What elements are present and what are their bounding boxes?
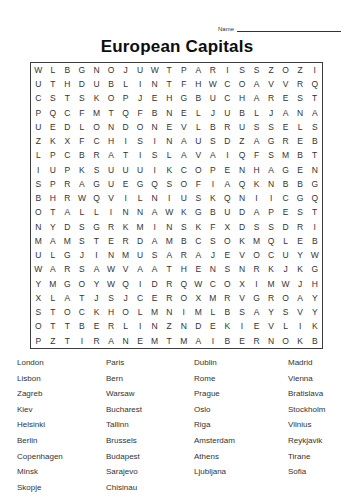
grid-cell[interactable]: V [235,291,250,305]
grid-cell[interactable]: U [191,134,206,148]
grid-cell[interactable]: A [220,177,235,191]
grid-cell[interactable]: B [206,206,221,220]
grid-cell[interactable]: G [75,63,90,77]
grid-cell[interactable]: H [162,92,177,106]
grid-cell[interactable]: U [89,77,104,91]
grid-cell[interactable]: O [220,277,235,291]
grid-cell[interactable]: B [60,63,75,77]
grid-cell[interactable]: I [147,220,162,234]
grid-cell[interactable]: P [60,163,75,177]
grid-cell[interactable]: Y [293,248,308,262]
grid-cell[interactable]: J [264,106,279,120]
grid-cell[interactable]: A [60,206,75,220]
grid-cell[interactable]: R [206,63,221,77]
grid-cell[interactable]: T [46,320,61,334]
grid-cell[interactable]: K [75,163,90,177]
grid-cell[interactable]: H [191,77,206,91]
grid-cell[interactable]: G [307,263,322,277]
grid-cell[interactable]: R [264,291,279,305]
grid-cell[interactable]: V [104,191,119,205]
grid-cell[interactable]: A [75,177,90,191]
grid-cell[interactable]: P [118,92,133,106]
grid-cell[interactable]: Y [89,277,104,291]
grid-cell[interactable]: B [307,334,322,348]
grid-cell[interactable]: C [133,291,148,305]
grid-cell[interactable]: L [133,191,148,205]
grid-cell[interactable]: I [293,320,308,334]
grid-cell[interactable]: I [162,191,177,205]
grid-cell[interactable]: D [191,320,206,334]
grid-cell[interactable]: L [278,234,293,248]
grid-cell[interactable]: L [118,77,133,91]
grid-cell[interactable]: E [104,234,119,248]
grid-cell[interactable]: E [147,291,162,305]
grid-cell[interactable]: I [133,320,148,334]
grid-cell[interactable]: I [75,334,90,348]
grid-cell[interactable]: G [89,177,104,191]
grid-cell[interactable]: K [118,220,133,234]
grid-cell[interactable]: G [133,177,148,191]
grid-cell[interactable]: U [133,63,148,77]
grid-cell[interactable]: K [162,163,177,177]
grid-cell[interactable]: C [278,191,293,205]
grid-cell[interactable]: S [293,206,308,220]
grid-cell[interactable]: T [118,149,133,163]
grid-cell[interactable]: I [220,149,235,163]
grid-cell[interactable]: A [191,248,206,262]
grid-cell[interactable]: V [293,305,308,319]
grid-cell[interactable]: D [75,77,90,91]
grid-cell[interactable]: N [147,77,162,91]
grid-cell[interactable]: Q [264,234,279,248]
grid-cell[interactable]: F [133,106,148,120]
grid-cell[interactable]: O [278,291,293,305]
grid-cell[interactable]: E [89,320,104,334]
grid-cell[interactable]: O [220,234,235,248]
grid-cell[interactable]: L [278,320,293,334]
grid-cell[interactable]: R [162,277,177,291]
grid-cell[interactable]: W [31,63,46,77]
grid-cell[interactable]: R [220,120,235,134]
grid-cell[interactable]: S [264,120,279,134]
grid-cell[interactable]: C [177,163,192,177]
grid-cell[interactable]: Q [89,191,104,205]
grid-cell[interactable]: E [293,134,308,148]
grid-cell[interactable]: S [307,120,322,134]
grid-cell[interactable]: N [162,106,177,120]
grid-cell[interactable]: I [220,63,235,77]
grid-cell[interactable]: I [104,206,119,220]
grid-cell[interactable]: M [118,248,133,262]
grid-cell[interactable]: A [307,106,322,120]
grid-cell[interactable]: L [118,320,133,334]
grid-cell[interactable]: R [249,334,264,348]
grid-cell[interactable]: S [46,92,61,106]
grid-cell[interactable]: X [220,220,235,234]
grid-cell[interactable]: L [191,120,206,134]
grid-cell[interactable]: W [206,77,221,91]
grid-cell[interactable]: C [75,305,90,319]
grid-cell[interactable]: G [177,92,192,106]
grid-cell[interactable]: N [147,120,162,134]
grid-cell[interactable]: L [162,149,177,163]
grid-cell[interactable]: C [220,77,235,91]
grid-cell[interactable]: B [220,305,235,319]
grid-cell[interactable]: E [278,206,293,220]
grid-cell[interactable]: K [191,220,206,234]
grid-cell[interactable]: U [177,191,192,205]
grid-cell[interactable]: J [278,263,293,277]
grid-cell[interactable]: N [89,63,104,77]
grid-cell[interactable]: V [177,120,192,134]
grid-cell[interactable]: P [31,106,46,120]
grid-cell[interactable]: P [206,163,221,177]
grid-cell[interactable]: J [118,291,133,305]
grid-cell[interactable]: S [235,63,250,77]
grid-cell[interactable]: M [147,305,162,319]
grid-cell[interactable]: U [206,92,221,106]
grid-cell[interactable]: S [249,120,264,134]
grid-cell[interactable]: D [60,220,75,234]
grid-cell[interactable]: O [177,291,192,305]
grid-cell[interactable]: W [191,277,206,291]
grid-cell[interactable]: S [278,305,293,319]
grid-cell[interactable]: O [60,305,75,319]
grid-cell[interactable]: T [46,77,61,91]
grid-cell[interactable]: N [206,263,221,277]
grid-cell[interactable]: I [264,191,279,205]
grid-cell[interactable]: E [293,234,308,248]
grid-cell[interactable]: R [293,77,308,91]
grid-cell[interactable]: N [133,206,148,220]
grid-cell[interactable]: H [104,305,119,319]
grid-cell[interactable]: H [46,191,61,205]
grid-cell[interactable]: I [307,63,322,77]
grid-cell[interactable]: I [133,77,148,91]
grid-cell[interactable]: M [264,277,279,291]
grid-cell[interactable]: Q [118,106,133,120]
grid-cell[interactable]: N [162,134,177,148]
grid-cell[interactable]: O [118,305,133,319]
grid-cell[interactable]: M [249,234,264,248]
grid-cell[interactable]: K [206,191,221,205]
grid-cell[interactable]: R [60,177,75,191]
grid-cell[interactable]: R [89,149,104,163]
grid-cell[interactable]: B [293,177,308,191]
grid-cell[interactable]: U [133,163,148,177]
grid-cell[interactable]: J [206,106,221,120]
grid-cell[interactable]: B [147,106,162,120]
grid-cell[interactable]: G [293,191,308,205]
grid-cell[interactable]: W [31,263,46,277]
grid-cell[interactable]: F [75,106,90,120]
grid-cell[interactable]: T [60,334,75,348]
grid-cell[interactable]: A [278,106,293,120]
grid-cell[interactable]: U [104,163,119,177]
grid-cell[interactable]: O [104,92,119,106]
grid-cell[interactable]: E [249,320,264,334]
grid-cell[interactable]: E [46,120,61,134]
grid-cell[interactable]: O [278,334,293,348]
grid-cell[interactable]: D [220,134,235,148]
grid-cell[interactable]: F [249,149,264,163]
grid-cell[interactable]: I [89,248,104,262]
grid-cell[interactable]: Y [31,277,46,291]
grid-cell[interactable]: V [235,248,250,262]
grid-cell[interactable]: S [75,234,90,248]
grid-cell[interactable]: I [133,149,148,163]
grid-cell[interactable]: A [46,263,61,277]
grid-cell[interactable]: M [133,220,148,234]
grid-cell[interactable]: I [235,320,250,334]
grid-cell[interactable]: D [133,234,148,248]
grid-cell[interactable]: M [206,291,221,305]
grid-cell[interactable]: T [46,305,61,319]
grid-cell[interactable]: O [235,77,250,91]
grid-cell[interactable]: O [104,63,119,77]
grid-cell[interactable]: M [278,149,293,163]
grid-cell[interactable]: Q [177,277,192,291]
grid-cell[interactable]: U [31,77,46,91]
grid-cell[interactable]: S [206,134,221,148]
grid-cell[interactable]: S [191,191,206,205]
grid-cell[interactable]: O [278,63,293,77]
grid-cell[interactable]: U [235,120,250,134]
grid-cell[interactable]: E [293,163,308,177]
grid-cell[interactable]: C [31,92,46,106]
grid-cell[interactable]: I [249,191,264,205]
grid-cell[interactable]: T [162,77,177,91]
grid-cell[interactable]: I [206,334,221,348]
grid-cell[interactable]: I [118,134,133,148]
grid-cell[interactable]: J [75,248,90,262]
grid-cell[interactable]: U [220,206,235,220]
grid-cell[interactable]: U [118,163,133,177]
grid-cell[interactable]: K [220,320,235,334]
grid-cell[interactable]: N [104,248,119,262]
grid-cell[interactable]: J [133,92,148,106]
grid-cell[interactable]: Q [235,149,250,163]
grid-cell[interactable]: B [206,120,221,134]
grid-cell[interactable]: V [191,149,206,163]
grid-cell[interactable]: X [191,291,206,305]
grid-cell[interactable]: X [235,277,250,291]
grid-cell[interactable]: F [75,134,90,148]
grid-cell[interactable]: I [31,163,46,177]
grid-cell[interactable]: H [60,77,75,91]
grid-cell[interactable]: K [235,234,250,248]
grid-cell[interactable]: B [293,149,308,163]
grid-cell[interactable]: T [89,234,104,248]
grid-cell[interactable]: I [133,277,148,291]
grid-cell[interactable]: D [235,220,250,234]
grid-cell[interactable]: N [162,220,177,234]
grid-cell[interactable]: U [278,248,293,262]
grid-cell[interactable]: Q [235,177,250,191]
grid-cell[interactable]: J [89,291,104,305]
grid-cell[interactable]: T [60,92,75,106]
grid-cell[interactable]: R [118,234,133,248]
grid-cell[interactable]: M [191,305,206,319]
grid-cell[interactable]: A [147,206,162,220]
grid-cell[interactable]: C [220,92,235,106]
grid-cell[interactable]: B [191,92,206,106]
grid-cell[interactable]: N [118,206,133,220]
grid-cell[interactable]: L [46,63,61,77]
grid-cell[interactable]: Z [162,320,177,334]
grid-cell[interactable]: X [60,134,75,148]
grid-cell[interactable]: R [293,220,308,234]
grid-cell[interactable]: O [31,206,46,220]
grid-cell[interactable]: R [104,320,119,334]
grid-cell[interactable]: L [206,305,221,319]
grid-cell[interactable]: R [60,263,75,277]
grid-cell[interactable]: A [104,149,119,163]
grid-cell[interactable]: W [104,277,119,291]
grid-cell[interactable]: S [31,305,46,319]
grid-cell[interactable]: R [162,291,177,305]
grid-cell[interactable]: B [177,234,192,248]
grid-cell[interactable]: L [31,149,46,163]
grid-cell[interactable]: N [293,106,308,120]
grid-cell[interactable]: R [177,248,192,262]
grid-cell[interactable]: G [191,206,206,220]
grid-cell[interactable]: H [249,163,264,177]
grid-cell[interactable]: A [104,334,119,348]
grid-cell[interactable]: J [206,248,221,262]
grid-cell[interactable]: B [75,320,90,334]
grid-cell[interactable]: T [162,334,177,348]
grid-cell[interactable]: A [147,234,162,248]
grid-cell[interactable]: K [293,334,308,348]
grid-cell[interactable]: N [177,320,192,334]
grid-cell[interactable]: I [206,177,221,191]
grid-cell[interactable]: A [147,263,162,277]
grid-cell[interactable]: W [162,206,177,220]
grid-cell[interactable]: N [147,320,162,334]
grid-cell[interactable]: E [191,263,206,277]
grid-cell[interactable]: L [46,248,61,262]
grid-cell[interactable]: C [89,134,104,148]
grid-cell[interactable]: D [118,120,133,134]
grid-cell[interactable]: O [75,277,90,291]
grid-cell[interactable]: T [162,63,177,77]
grid-cell[interactable]: R [264,92,279,106]
grid-cell[interactable]: Z [293,63,308,77]
grid-cell[interactable]: S [104,291,119,305]
grid-cell[interactable]: O [133,120,148,134]
grid-cell[interactable]: K [46,134,61,148]
grid-cell[interactable]: L [133,305,148,319]
grid-cell[interactable]: A [162,248,177,262]
grid-cell[interactable]: E [235,334,250,348]
grid-cell[interactable]: D [147,277,162,291]
grid-cell[interactable]: B [75,149,90,163]
grid-cell[interactable]: T [307,206,322,220]
grid-cell[interactable]: Z [31,134,46,148]
grid-cell[interactable]: T [104,106,119,120]
grid-cell[interactable]: U [220,106,235,120]
grid-cell[interactable]: R [220,291,235,305]
grid-cell[interactable]: T [60,320,75,334]
grid-cell[interactable]: E [278,92,293,106]
grid-cell[interactable]: U [104,177,119,191]
grid-cell[interactable]: G [249,291,264,305]
grid-cell[interactable]: A [249,134,264,148]
grid-cell[interactable]: S [235,305,250,319]
grid-cell[interactable]: M [147,334,162,348]
grid-cell[interactable]: N [235,263,250,277]
grid-cell[interactable]: R [249,263,264,277]
grid-cell[interactable]: S [147,248,162,262]
grid-cell[interactable]: T [75,291,90,305]
grid-cell[interactable]: T [46,206,61,220]
grid-cell[interactable]: A [46,234,61,248]
grid-cell[interactable]: A [60,291,75,305]
grid-cell[interactable]: S [206,234,221,248]
grid-cell[interactable]: R [60,191,75,205]
grid-cell[interactable]: M [31,234,46,248]
grid-cell[interactable]: P [46,149,61,163]
grid-cell[interactable]: J [293,277,308,291]
grid-cell[interactable]: K [293,263,308,277]
grid-cell[interactable]: K [177,206,192,220]
grid-cell[interactable]: M [60,234,75,248]
grid-cell[interactable]: X [31,291,46,305]
grid-cell[interactable]: Q [220,191,235,205]
grid-cell[interactable]: E [278,120,293,134]
grid-cell[interactable]: U [133,248,148,262]
grid-cell[interactable]: H [104,134,119,148]
grid-cell[interactable]: A [89,263,104,277]
grid-cell[interactable]: N [118,334,133,348]
grid-cell[interactable]: Y [264,305,279,319]
grid-cell[interactable]: E [118,177,133,191]
grid-cell[interactable]: A [191,334,206,348]
grid-cell[interactable]: S [293,92,308,106]
grid-cell[interactable]: S [249,220,264,234]
grid-cell[interactable]: E [220,163,235,177]
grid-cell[interactable]: O [177,177,192,191]
grid-cell[interactable]: A [249,305,264,319]
grid-cell[interactable]: W [278,277,293,291]
grid-cell[interactable]: P [46,177,61,191]
grid-cell[interactable]: A [249,92,264,106]
grid-cell[interactable]: S [75,220,90,234]
grid-cell[interactable]: S [264,149,279,163]
grid-cell[interactable]: I [177,305,192,319]
grid-cell[interactable]: A [177,149,192,163]
grid-cell[interactable]: B [307,234,322,248]
grid-cell[interactable]: S [147,149,162,163]
grid-cell[interactable]: O [191,163,206,177]
grid-cell[interactable]: N [31,220,46,234]
grid-cell[interactable]: A [293,291,308,305]
grid-cell[interactable]: B [31,191,46,205]
grid-cell[interactable]: C [60,106,75,120]
grid-cell[interactable]: Z [46,334,61,348]
grid-cell[interactable]: B [220,334,235,348]
grid-cell[interactable]: A [191,63,206,77]
grid-cell[interactable]: F [206,220,221,234]
grid-cell[interactable]: T [162,263,177,277]
grid-cell[interactable]: U [31,120,46,134]
grid-cell[interactable]: N [264,334,279,348]
grid-cell[interactable]: T [307,92,322,106]
grid-cell[interactable]: K [89,92,104,106]
grid-cell[interactable]: A [264,163,279,177]
grid-cell[interactable]: M [89,106,104,120]
